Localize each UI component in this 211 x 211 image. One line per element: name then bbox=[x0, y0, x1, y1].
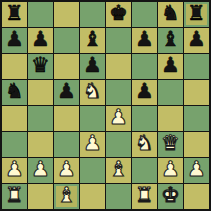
white-pawn[interactable]: ♟ bbox=[31, 159, 50, 180]
square-c2[interactable]: ♟ bbox=[54, 158, 79, 183]
black-pawn[interactable]: ♟ bbox=[161, 55, 180, 76]
square-b4[interactable] bbox=[28, 106, 53, 131]
white-pawn[interactable]: ♟ bbox=[5, 159, 24, 180]
square-f4[interactable] bbox=[132, 106, 157, 131]
black-pawn[interactable]: ♟ bbox=[57, 81, 76, 102]
square-b2[interactable]: ♟ bbox=[28, 158, 53, 183]
black-bishop[interactable]: ♝ bbox=[83, 29, 102, 50]
white-bishop[interactable]: ♝ bbox=[57, 185, 76, 206]
square-g8[interactable]: ♞ bbox=[158, 2, 183, 27]
square-a8[interactable]: ♜ bbox=[2, 2, 27, 27]
black-pawn[interactable]: ♟ bbox=[5, 29, 24, 50]
black-queen[interactable]: ♛ bbox=[31, 55, 50, 76]
square-c1[interactable]: ♝ bbox=[54, 184, 79, 209]
square-h2[interactable]: ♟ bbox=[184, 158, 209, 183]
black-knight[interactable]: ♞ bbox=[5, 81, 24, 102]
square-d1[interactable] bbox=[80, 184, 105, 209]
square-f5[interactable]: ♟ bbox=[132, 80, 157, 105]
square-a6[interactable] bbox=[2, 54, 27, 79]
square-b3[interactable] bbox=[28, 132, 53, 157]
black-king[interactable]: ♚ bbox=[109, 3, 128, 24]
square-g7[interactable]: ♝ bbox=[158, 28, 183, 53]
square-e3[interactable] bbox=[106, 132, 131, 157]
square-e2[interactable]: ♝ bbox=[106, 158, 131, 183]
white-rook[interactable]: ♜ bbox=[5, 185, 24, 206]
square-g1[interactable]: ♚ bbox=[158, 184, 183, 209]
black-pawn[interactable]: ♟ bbox=[31, 29, 50, 50]
square-e7[interactable] bbox=[106, 28, 131, 53]
black-pawn[interactable]: ♟ bbox=[135, 29, 154, 50]
square-d8[interactable] bbox=[80, 2, 105, 27]
square-c3[interactable] bbox=[54, 132, 79, 157]
square-a7[interactable]: ♟ bbox=[2, 28, 27, 53]
square-e8[interactable]: ♚ bbox=[106, 2, 131, 27]
square-c8[interactable] bbox=[54, 2, 79, 27]
square-g5[interactable] bbox=[158, 80, 183, 105]
square-b5[interactable] bbox=[28, 80, 53, 105]
chess-board: ♜♚♞♜♟♟♝♟♝♟♛♟♟♞♟♞♟♟♟♞♛♟♟♟♝♟♟♜♝♜♚ bbox=[0, 0, 211, 211]
square-g6[interactable]: ♟ bbox=[158, 54, 183, 79]
square-a2[interactable]: ♟ bbox=[2, 158, 27, 183]
square-d2[interactable] bbox=[80, 158, 105, 183]
square-h7[interactable]: ♟ bbox=[184, 28, 209, 53]
black-bishop[interactable]: ♝ bbox=[161, 29, 180, 50]
square-b1[interactable] bbox=[28, 184, 53, 209]
square-h6[interactable] bbox=[184, 54, 209, 79]
square-f7[interactable]: ♟ bbox=[132, 28, 157, 53]
square-c6[interactable] bbox=[54, 54, 79, 79]
black-pawn[interactable]: ♟ bbox=[83, 55, 102, 76]
white-pawn[interactable]: ♟ bbox=[187, 159, 206, 180]
white-king[interactable]: ♚ bbox=[161, 185, 180, 206]
square-h1[interactable] bbox=[184, 184, 209, 209]
square-b7[interactable]: ♟ bbox=[28, 28, 53, 53]
square-d4[interactable] bbox=[80, 106, 105, 131]
square-f1[interactable]: ♜ bbox=[132, 184, 157, 209]
square-d5[interactable]: ♞ bbox=[80, 80, 105, 105]
square-g2[interactable]: ♟ bbox=[158, 158, 183, 183]
white-knight[interactable]: ♞ bbox=[83, 81, 102, 102]
white-pawn[interactable]: ♟ bbox=[57, 159, 76, 180]
square-h4[interactable] bbox=[184, 106, 209, 131]
square-a1[interactable]: ♜ bbox=[2, 184, 27, 209]
black-knight[interactable]: ♞ bbox=[161, 3, 180, 24]
square-c4[interactable] bbox=[54, 106, 79, 131]
square-d3[interactable]: ♟ bbox=[80, 132, 105, 157]
white-pawn[interactable]: ♟ bbox=[83, 133, 102, 154]
square-c5[interactable]: ♟ bbox=[54, 80, 79, 105]
white-knight[interactable]: ♞ bbox=[135, 133, 154, 154]
chess-app-window: ♜♚♞♜♟♟♝♟♝♟♛♟♟♞♟♞♟♟♟♞♛♟♟♟♝♟♟♜♝♜♚ bbox=[0, 0, 211, 211]
square-a3[interactable] bbox=[2, 132, 27, 157]
white-queen[interactable]: ♛ bbox=[161, 133, 180, 154]
square-a5[interactable]: ♞ bbox=[2, 80, 27, 105]
square-c7[interactable] bbox=[54, 28, 79, 53]
white-rook[interactable]: ♜ bbox=[135, 185, 154, 206]
square-h8[interactable]: ♜ bbox=[184, 2, 209, 27]
square-g3[interactable]: ♛ bbox=[158, 132, 183, 157]
square-d6[interactable]: ♟ bbox=[80, 54, 105, 79]
square-a4[interactable] bbox=[2, 106, 27, 131]
square-f2[interactable] bbox=[132, 158, 157, 183]
square-d7[interactable]: ♝ bbox=[80, 28, 105, 53]
square-b8[interactable] bbox=[28, 2, 53, 27]
white-bishop[interactable]: ♝ bbox=[109, 159, 128, 180]
square-h3[interactable] bbox=[184, 132, 209, 157]
black-pawn[interactable]: ♟ bbox=[187, 29, 206, 50]
black-rook[interactable]: ♜ bbox=[5, 3, 24, 24]
square-b6[interactable]: ♛ bbox=[28, 54, 53, 79]
square-f6[interactable] bbox=[132, 54, 157, 79]
white-pawn[interactable]: ♟ bbox=[109, 107, 128, 128]
black-rook[interactable]: ♜ bbox=[187, 3, 206, 24]
square-g4[interactable] bbox=[158, 106, 183, 131]
square-e1[interactable] bbox=[106, 184, 131, 209]
square-e5[interactable] bbox=[106, 80, 131, 105]
white-pawn[interactable]: ♟ bbox=[161, 159, 180, 180]
black-pawn[interactable]: ♟ bbox=[135, 81, 154, 102]
square-e4[interactable]: ♟ bbox=[106, 106, 131, 131]
square-e6[interactable] bbox=[106, 54, 131, 79]
square-f8[interactable] bbox=[132, 2, 157, 27]
square-h5[interactable] bbox=[184, 80, 209, 105]
square-f3[interactable]: ♞ bbox=[132, 132, 157, 157]
